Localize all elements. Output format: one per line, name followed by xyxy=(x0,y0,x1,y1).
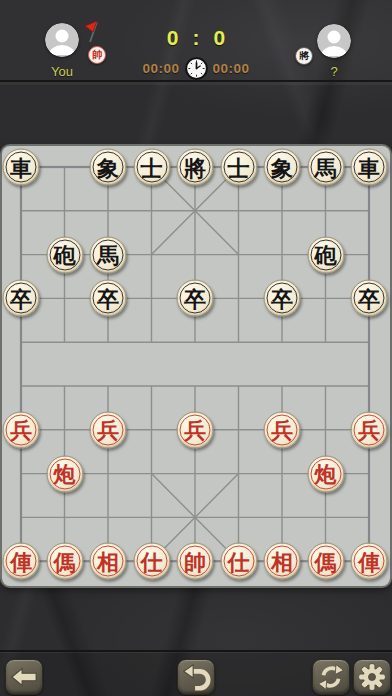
side-badge-black-general: 將 xyxy=(295,47,313,65)
turn-flag-icon xyxy=(83,20,101,44)
piece-black[interactable]: 卒 xyxy=(90,280,127,317)
piece-red[interactable]: 相 xyxy=(264,543,301,580)
piece-red[interactable]: 炮 xyxy=(46,455,83,492)
gear-icon xyxy=(357,662,387,692)
undo-icon xyxy=(181,662,211,692)
undo-button[interactable] xyxy=(177,659,215,695)
back-button[interactable] xyxy=(5,659,43,695)
piece-red[interactable]: 兵 xyxy=(3,411,40,448)
rotate-icon xyxy=(316,662,346,692)
piece-black[interactable]: 士 xyxy=(220,149,257,186)
player-name-opponent: ? xyxy=(296,64,372,79)
player-name-you: You xyxy=(24,64,100,79)
timer-left: 00:00 xyxy=(142,61,179,76)
piece-black[interactable]: 砲 xyxy=(46,236,83,273)
flip-board-button[interactable] xyxy=(312,659,350,695)
arrow-left-icon xyxy=(9,664,39,690)
piece-black[interactable]: 象 xyxy=(90,149,127,186)
person-icon xyxy=(328,31,341,44)
piece-red[interactable]: 俥 xyxy=(3,543,40,580)
piece-red[interactable]: 相 xyxy=(90,543,127,580)
piece-black[interactable]: 卒 xyxy=(177,280,214,317)
bottom-toolbar xyxy=(0,650,392,696)
scoreboard: 0:0 00:00 00:00 xyxy=(136,26,256,80)
match-score: 0:0 xyxy=(136,26,256,50)
piece-red[interactable]: 傌 xyxy=(46,543,83,580)
piece-black[interactable]: 卒 xyxy=(264,280,301,317)
top-bar: 帥 You 0:0 00:00 00:00 xyxy=(0,0,392,82)
avatar[interactable] xyxy=(317,24,351,58)
timers: 00:00 00:00 xyxy=(136,57,256,80)
settings-button[interactable] xyxy=(353,659,391,695)
piece-red[interactable]: 帥 xyxy=(177,543,214,580)
piece-black[interactable]: 砲 xyxy=(307,236,344,273)
piece-red[interactable]: 俥 xyxy=(351,543,388,580)
person-icon xyxy=(56,30,69,43)
clock-icon xyxy=(185,57,208,80)
avatar[interactable] xyxy=(45,23,79,57)
piece-black[interactable]: 士 xyxy=(133,149,170,186)
piece-black[interactable]: 車 xyxy=(3,149,40,186)
piece-black[interactable]: 卒 xyxy=(3,280,40,317)
score-left: 0 xyxy=(167,26,179,50)
piece-black[interactable]: 象 xyxy=(264,149,301,186)
score-separator: : xyxy=(193,26,200,50)
piece-red[interactable]: 兵 xyxy=(351,411,388,448)
score-right: 0 xyxy=(214,26,226,50)
piece-red[interactable]: 仕 xyxy=(220,543,257,580)
piece-red[interactable]: 傌 xyxy=(307,543,344,580)
piece-red[interactable]: 兵 xyxy=(177,411,214,448)
timer-right: 00:00 xyxy=(213,61,250,76)
piece-black[interactable]: 車 xyxy=(351,149,388,186)
pieces-layer: 車象士將士象馬車砲馬砲卒卒卒卒卒兵兵兵兵兵炮炮俥傌相仕帥仕相傌俥 xyxy=(2,146,390,586)
piece-black[interactable]: 卒 xyxy=(351,280,388,317)
piece-black[interactable]: 將 xyxy=(177,149,214,186)
piece-red[interactable]: 炮 xyxy=(307,455,344,492)
side-badge-red-general: 帥 xyxy=(88,46,106,64)
piece-red[interactable]: 兵 xyxy=(90,411,127,448)
piece-black[interactable]: 馬 xyxy=(307,149,344,186)
piece-black[interactable]: 馬 xyxy=(90,236,127,273)
piece-red[interactable]: 仕 xyxy=(133,543,170,580)
xiangqi-board[interactable]: 車象士將士象馬車砲馬砲卒卒卒卒卒兵兵兵兵兵炮炮俥傌相仕帥仕相傌俥 xyxy=(2,146,390,586)
piece-red[interactable]: 兵 xyxy=(264,411,301,448)
